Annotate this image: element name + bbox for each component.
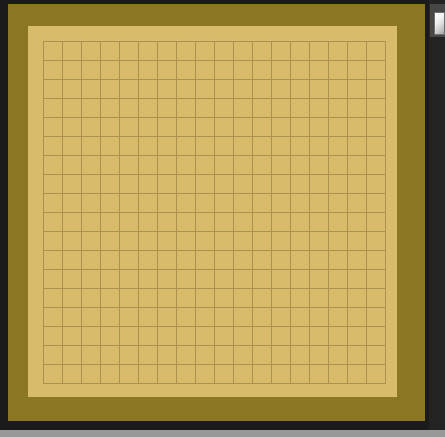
board-grid[interactable]	[43, 41, 386, 384]
scrollbar-thumb[interactable]	[434, 12, 445, 35]
horizontal-scrollbar[interactable]	[0, 430, 445, 437]
go-board-applet	[0, 0, 445, 437]
scrollbar-button-area	[430, 4, 445, 37]
vertical-scrollbar[interactable]	[429, 0, 445, 430]
